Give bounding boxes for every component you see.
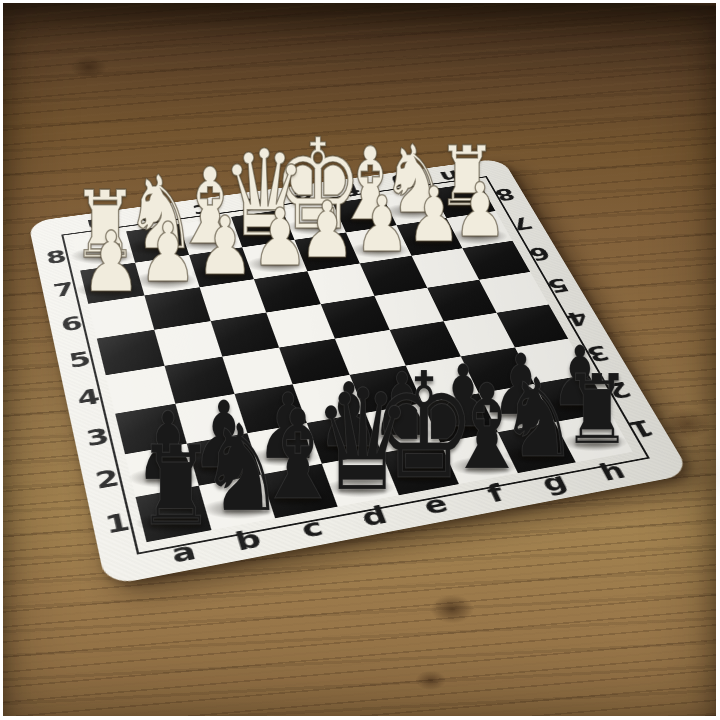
rank-label-left-7: 7 bbox=[42, 271, 87, 310]
rank-label-left-8: 8 bbox=[35, 239, 78, 276]
rank-label-left-6: 6 bbox=[49, 304, 95, 345]
product-photo: abcdefgh abcdefgh 87654321 87654321 ♜♞♝♚… bbox=[0, 0, 720, 720]
